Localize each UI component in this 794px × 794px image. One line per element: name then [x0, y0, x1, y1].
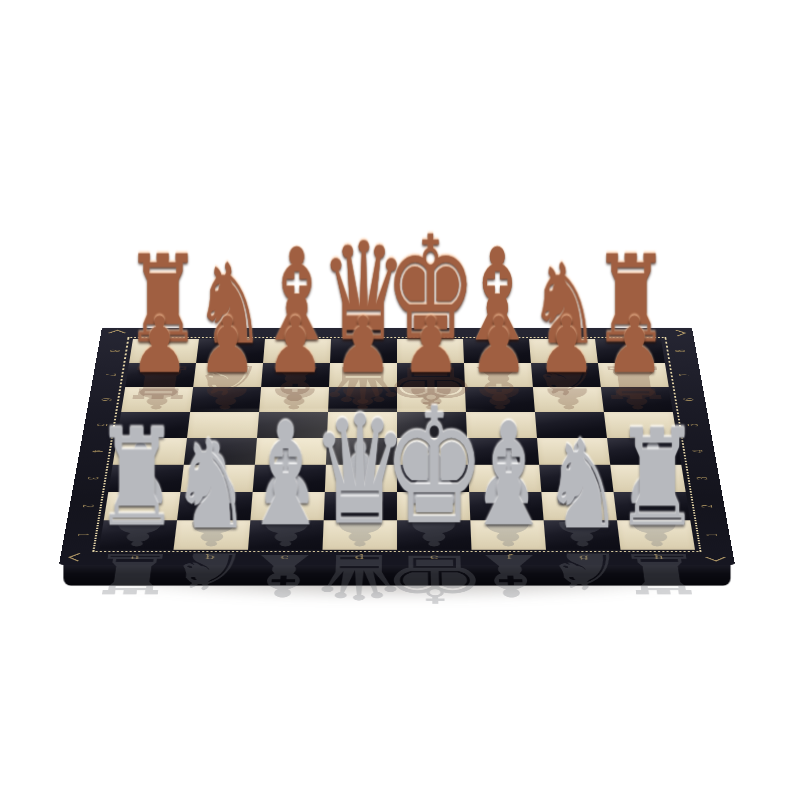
piece-black-copper-pawn-g7: ♟♟: [531, 363, 601, 387]
piece-white-silver-bishop-f1: ♝♝: [470, 520, 546, 549]
pawn-glyph: ♟: [605, 307, 664, 385]
rook-glyph: ♜: [614, 412, 700, 546]
rank-label-right-8: 8: [674, 349, 687, 352]
scene: 8877665544332211abcdefgh ♜♜♞♞♝♝♛♛♚♚♝♝♞♞♜…: [0, 0, 794, 794]
piece-white-silver-king-e1: ♚♚: [397, 520, 471, 549]
rank-label-left-7: 7: [103, 373, 116, 376]
knight-glyph: ♞: [543, 423, 623, 546]
pawn-glyph: ♟: [401, 307, 460, 385]
pawn-glyph: ♟: [537, 307, 596, 385]
pawn-glyph: ♟: [130, 307, 189, 385]
pawn-glyph: ♟: [334, 307, 393, 385]
product-photo-canvas: 8877665544332211abcdefgh ♜♜♞♞♝♝♛♛♚♚♝♝♞♞♜…: [0, 0, 794, 794]
piece-white-silver-knight-g1: ♞♞: [544, 520, 621, 549]
piece-white-silver-rook-h1: ♜♜: [617, 520, 695, 549]
piece-reflection: ♜: [614, 546, 709, 601]
piece-black-copper-pawn-h7: ♟♟: [598, 363, 669, 387]
bishop-glyph: ♝: [463, 404, 555, 546]
piece-white-silver-rook-a1: ♜♜: [99, 520, 177, 549]
pawn-glyph: ♟: [469, 307, 528, 385]
rank-label-left-8: 8: [108, 349, 121, 352]
rook-glyph: ♜: [94, 412, 180, 546]
pieces-layer: ♜♜♞♞♝♝♛♛♚♚♝♝♞♞♜♜♟♟♟♟♟♟♟♟♟♟♟♟♟♟♟♟♟♟♟♟♟♟♟♟…: [59, 328, 735, 565]
piece-black-copper-pawn-b7: ♟♟: [193, 363, 263, 387]
pawn-glyph: ♟: [266, 307, 325, 385]
piece-black-copper-pawn-a7: ♟♟: [125, 363, 196, 387]
rank-label-right-7: 7: [678, 373, 691, 376]
pawn-glyph: ♟: [198, 307, 257, 385]
chessboard: 8877665544332211abcdefgh ♜♜♞♞♝♝♛♛♚♚♝♝♞♞♜…: [59, 328, 735, 565]
